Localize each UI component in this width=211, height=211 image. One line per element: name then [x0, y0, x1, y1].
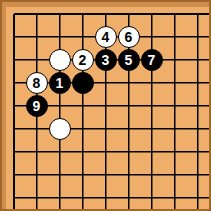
board-intersection: 1	[48, 71, 71, 94]
board-intersection	[2, 140, 25, 163]
move-number: 3	[102, 53, 110, 67]
board-intersection	[186, 163, 209, 186]
board-intersection	[117, 2, 140, 25]
board-intersection	[2, 94, 25, 117]
move-number: 4	[102, 30, 110, 44]
board-intersection	[71, 117, 94, 140]
board-intersection	[71, 25, 94, 48]
move-number: 6	[125, 30, 133, 44]
black-stone-move-5: 5	[118, 49, 140, 71]
go-board-diagram: 462357819	[0, 0, 211, 211]
board-intersection	[25, 48, 48, 71]
board-intersection	[140, 94, 163, 117]
board-intersection	[48, 25, 71, 48]
move-number: 5	[125, 53, 133, 67]
board-intersection	[94, 94, 117, 117]
move-number: 1	[56, 76, 64, 90]
board-intersection	[71, 186, 94, 209]
board-intersection	[186, 94, 209, 117]
board-intersection	[163, 186, 186, 209]
board-intersection	[140, 71, 163, 94]
board-intersection	[163, 2, 186, 25]
board-intersection	[2, 25, 25, 48]
board-intersection: 8	[25, 71, 48, 94]
board-intersection	[25, 2, 48, 25]
board-intersection	[163, 48, 186, 71]
board-intersection	[163, 25, 186, 48]
board-intersection	[140, 186, 163, 209]
board-intersection	[2, 48, 25, 71]
board-intersection	[117, 71, 140, 94]
black-stone-move-7: 7	[141, 49, 163, 71]
board-intersection	[2, 163, 25, 186]
black-stone-move-1: 1	[49, 72, 71, 94]
board-intersection	[94, 71, 117, 94]
board-intersection	[94, 2, 117, 25]
board-intersection: 5	[117, 48, 140, 71]
board-intersection	[2, 71, 25, 94]
move-number: 7	[148, 53, 156, 67]
white-stone-move-6: 6	[118, 26, 140, 48]
board-intersection	[186, 186, 209, 209]
board-intersection: 4	[94, 25, 117, 48]
board-intersection: 7	[140, 48, 163, 71]
board-intersection	[186, 117, 209, 140]
white-stone	[49, 118, 71, 140]
move-number: 8	[33, 76, 41, 90]
white-stone	[49, 49, 71, 71]
board-intersection	[71, 94, 94, 117]
black-stone	[72, 72, 94, 94]
board-intersection	[163, 163, 186, 186]
black-stone-move-3: 3	[95, 49, 117, 71]
move-number: 2	[79, 53, 87, 67]
board-intersection	[163, 71, 186, 94]
white-stone-move-2: 2	[72, 49, 94, 71]
board-intersection	[140, 117, 163, 140]
black-stone-move-9: 9	[26, 95, 48, 117]
board-intersection	[48, 117, 71, 140]
board-intersection: 3	[94, 48, 117, 71]
board-intersection	[117, 163, 140, 186]
white-stone-move-4: 4	[95, 26, 117, 48]
board-intersection	[117, 140, 140, 163]
board-intersection	[48, 94, 71, 117]
board-intersection	[117, 117, 140, 140]
board-intersection	[163, 94, 186, 117]
board-intersection	[94, 140, 117, 163]
board-intersection	[117, 186, 140, 209]
board-intersection	[2, 186, 25, 209]
board-intersection	[71, 71, 94, 94]
board-intersection	[186, 71, 209, 94]
white-stone-move-8: 8	[26, 72, 48, 94]
board-intersection: 9	[25, 94, 48, 117]
board-intersection	[140, 2, 163, 25]
board-intersection	[48, 140, 71, 163]
board-intersection	[71, 2, 94, 25]
board-intersection	[94, 117, 117, 140]
board-intersection	[71, 163, 94, 186]
board-intersection	[140, 25, 163, 48]
board-intersection: 6	[117, 25, 140, 48]
board-intersection	[94, 186, 117, 209]
board-intersection	[48, 186, 71, 209]
board-intersection	[186, 25, 209, 48]
board-intersection	[25, 140, 48, 163]
board-intersection	[48, 48, 71, 71]
board-intersection	[71, 140, 94, 163]
board-intersection	[25, 25, 48, 48]
board-intersection	[2, 2, 25, 25]
board-intersection	[117, 94, 140, 117]
board-intersection	[25, 117, 48, 140]
board-intersection	[25, 186, 48, 209]
board-intersection	[94, 163, 117, 186]
board-intersection	[48, 163, 71, 186]
board-intersection	[25, 163, 48, 186]
board-intersection	[186, 2, 209, 25]
board-intersection	[186, 48, 209, 71]
board-intersection	[140, 163, 163, 186]
board-intersection	[186, 140, 209, 163]
board-intersection	[48, 2, 71, 25]
board-intersection: 2	[71, 48, 94, 71]
board-intersection	[163, 140, 186, 163]
board-intersection	[163, 117, 186, 140]
board-intersection	[140, 140, 163, 163]
move-number: 9	[33, 99, 41, 113]
board-intersection	[2, 117, 25, 140]
go-grid: 462357819	[2, 2, 209, 209]
